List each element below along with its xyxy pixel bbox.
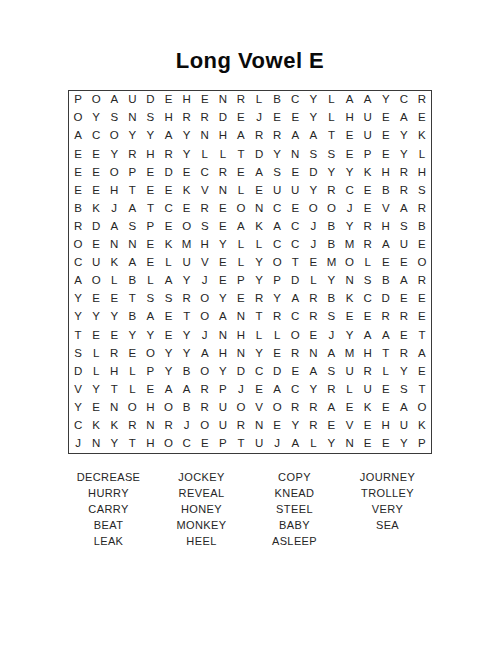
grid-cell[interactable]: A (69, 127, 87, 145)
grid-cell[interactable]: Y (395, 435, 413, 453)
grid-cell[interactable]: J (196, 326, 214, 344)
grid-cell[interactable]: A (286, 290, 304, 308)
grid-cell[interactable]: E (160, 326, 178, 344)
grid-cell[interactable]: L (87, 344, 105, 362)
grid-cell[interactable]: Y (304, 182, 322, 200)
grid-cell[interactable]: Y (395, 363, 413, 381)
grid-cell[interactable]: Y (322, 163, 340, 181)
grid-cell[interactable]: A (232, 218, 250, 236)
grid-cell[interactable]: R (160, 417, 178, 435)
grid-cell[interactable]: C (268, 236, 286, 254)
grid-cell[interactable]: A (377, 236, 395, 254)
grid-cell[interactable]: B (413, 218, 431, 236)
grid-cell[interactable]: C (178, 435, 196, 453)
grid-cell[interactable]: U (123, 91, 141, 109)
grid-cell[interactable]: A (286, 127, 304, 145)
grid-cell[interactable]: E (123, 344, 141, 362)
grid-cell[interactable]: S (105, 109, 123, 127)
grid-cell[interactable]: R (395, 182, 413, 200)
grid-cell[interactable]: N (250, 200, 268, 218)
grid-cell[interactable]: S (69, 344, 87, 362)
grid-cell[interactable]: S (395, 218, 413, 236)
grid-cell[interactable]: R (304, 399, 322, 417)
grid-cell[interactable]: S (196, 218, 214, 236)
grid-cell[interactable]: O (413, 254, 431, 272)
grid-cell[interactable]: T (250, 308, 268, 326)
grid-cell[interactable]: E (377, 109, 395, 127)
grid-cell[interactable]: H (105, 182, 123, 200)
grid-cell[interactable]: E (413, 236, 431, 254)
grid-cell[interactable]: J (304, 236, 322, 254)
grid-cell[interactable]: Y (178, 344, 196, 362)
grid-cell[interactable]: Y (69, 290, 87, 308)
grid-cell[interactable]: E (268, 109, 286, 127)
grid-cell[interactable]: L (87, 363, 105, 381)
grid-cell[interactable]: O (196, 363, 214, 381)
grid-cell[interactable]: Y (304, 109, 322, 127)
grid-cell[interactable]: E (178, 163, 196, 181)
grid-cell[interactable]: U (214, 399, 232, 417)
grid-cell[interactable]: K (341, 290, 359, 308)
grid-cell[interactable]: T (178, 308, 196, 326)
grid-cell[interactable]: Y (341, 163, 359, 181)
grid-cell[interactable]: O (322, 200, 340, 218)
grid-cell[interactable]: L (123, 381, 141, 399)
grid-cell[interactable]: R (304, 308, 322, 326)
grid-cell[interactable]: Y (322, 435, 340, 453)
grid-cell[interactable]: E (413, 290, 431, 308)
grid-cell[interactable]: C (341, 182, 359, 200)
grid-cell[interactable]: Y (395, 127, 413, 145)
grid-cell[interactable]: H (341, 109, 359, 127)
grid-cell[interactable]: T (123, 182, 141, 200)
grid-cell[interactable]: K (87, 417, 105, 435)
grid-cell[interactable]: R (268, 308, 286, 326)
grid-cell[interactable]: Y (341, 218, 359, 236)
grid-cell[interactable]: H (141, 145, 159, 163)
grid-cell[interactable]: M (178, 236, 196, 254)
grid-cell[interactable]: E (250, 182, 268, 200)
grid-cell[interactable]: O (341, 254, 359, 272)
grid-cell[interactable]: T (232, 435, 250, 453)
grid-cell[interactable]: A (69, 272, 87, 290)
grid-cell[interactable]: E (341, 127, 359, 145)
grid-cell[interactable]: Y (178, 272, 196, 290)
grid-cell[interactable]: Y (105, 435, 123, 453)
grid-cell[interactable]: D (250, 145, 268, 163)
grid-cell[interactable]: N (214, 326, 232, 344)
grid-cell[interactable]: L (196, 145, 214, 163)
grid-cell[interactable]: C (268, 200, 286, 218)
grid-cell[interactable]: U (87, 254, 105, 272)
grid-cell[interactable]: C (196, 163, 214, 181)
grid-cell[interactable]: B (178, 363, 196, 381)
grid-cell[interactable]: S (322, 363, 340, 381)
grid-cell[interactable]: A (196, 344, 214, 362)
grid-cell[interactable]: Y (304, 381, 322, 399)
grid-cell[interactable]: B (322, 290, 340, 308)
grid-cell[interactable]: S (304, 145, 322, 163)
grid-cell[interactable]: R (178, 290, 196, 308)
grid-cell[interactable]: E (87, 182, 105, 200)
grid-cell[interactable]: H (105, 363, 123, 381)
grid-cell[interactable]: D (214, 109, 232, 127)
grid-cell[interactable]: Y (395, 145, 413, 163)
grid-cell[interactable]: E (322, 417, 340, 435)
grid-cell[interactable]: D (286, 272, 304, 290)
grid-cell[interactable]: U (395, 417, 413, 435)
grid-cell[interactable]: R (123, 145, 141, 163)
grid-cell[interactable]: T (413, 381, 431, 399)
grid-cell[interactable]: U (214, 417, 232, 435)
grid-cell[interactable]: E (87, 145, 105, 163)
grid-cell[interactable]: O (268, 399, 286, 417)
grid-cell[interactable]: A (141, 308, 159, 326)
grid-cell[interactable]: E (232, 109, 250, 127)
grid-cell[interactable]: J (105, 200, 123, 218)
grid-cell[interactable]: J (232, 381, 250, 399)
grid-cell[interactable]: E (232, 163, 250, 181)
grid-cell[interactable]: L (268, 326, 286, 344)
grid-cell[interactable]: E (69, 182, 87, 200)
grid-cell[interactable]: K (413, 127, 431, 145)
grid-cell[interactable]: S (322, 308, 340, 326)
grid-cell[interactable]: K (413, 417, 431, 435)
grid-cell[interactable]: C (286, 218, 304, 236)
grid-cell[interactable]: L (141, 272, 159, 290)
grid-cell[interactable]: N (196, 127, 214, 145)
grid-cell[interactable]: Y (304, 91, 322, 109)
grid-cell[interactable]: T (69, 326, 87, 344)
grid-cell[interactable]: N (250, 417, 268, 435)
grid-cell[interactable]: P (123, 163, 141, 181)
grid-cell[interactable]: E (196, 435, 214, 453)
grid-cell[interactable]: O (196, 308, 214, 326)
grid-cell[interactable]: E (268, 344, 286, 362)
grid-cell[interactable]: R (395, 163, 413, 181)
grid-cell[interactable]: E (160, 218, 178, 236)
grid-cell[interactable]: S (413, 182, 431, 200)
grid-cell[interactable]: R (232, 91, 250, 109)
grid-cell[interactable]: E (304, 326, 322, 344)
grid-cell[interactable]: E (413, 308, 431, 326)
grid-cell[interactable]: J (341, 200, 359, 218)
grid-cell[interactable]: L (322, 91, 340, 109)
grid-cell[interactable]: L (250, 91, 268, 109)
grid-cell[interactable]: A (359, 326, 377, 344)
grid-cell[interactable]: O (178, 218, 196, 236)
grid-cell[interactable]: D (377, 290, 395, 308)
grid-cell[interactable]: U (250, 435, 268, 453)
grid-cell[interactable]: A (105, 91, 123, 109)
grid-cell[interactable]: U (341, 363, 359, 381)
grid-cell[interactable]: E (377, 145, 395, 163)
grid-cell[interactable]: Y (160, 363, 178, 381)
grid-cell[interactable]: A (123, 200, 141, 218)
grid-cell[interactable]: Y (178, 326, 196, 344)
grid-cell[interactable]: B (377, 272, 395, 290)
grid-cell[interactable]: S (359, 272, 377, 290)
grid-cell[interactable]: U (359, 381, 377, 399)
grid-cell[interactable]: C (286, 308, 304, 326)
grid-cell[interactable]: L (160, 254, 178, 272)
grid-cell[interactable]: U (286, 182, 304, 200)
grid-cell[interactable]: C (286, 236, 304, 254)
grid-cell[interactable]: R (196, 381, 214, 399)
grid-cell[interactable]: E (359, 200, 377, 218)
grid-cell[interactable]: O (141, 344, 159, 362)
grid-cell[interactable]: P (359, 145, 377, 163)
grid-cell[interactable]: C (286, 381, 304, 399)
grid-cell[interactable]: V (196, 182, 214, 200)
grid-cell[interactable]: E (214, 200, 232, 218)
grid-cell[interactable]: E (359, 417, 377, 435)
grid-cell[interactable]: O (304, 200, 322, 218)
grid-cell[interactable]: E (141, 381, 159, 399)
grid-cell[interactable]: R (286, 399, 304, 417)
grid-cell[interactable]: R (413, 200, 431, 218)
grid-cell[interactable]: J (304, 218, 322, 236)
grid-cell[interactable]: R (395, 344, 413, 362)
grid-cell[interactable]: A (304, 127, 322, 145)
grid-cell[interactable]: R (304, 417, 322, 435)
grid-cell[interactable]: H (141, 399, 159, 417)
grid-cell[interactable]: O (196, 290, 214, 308)
grid-cell[interactable]: D (268, 363, 286, 381)
grid-cell[interactable]: E (87, 163, 105, 181)
grid-cell[interactable]: N (123, 236, 141, 254)
grid-cell[interactable]: L (359, 254, 377, 272)
grid-cell[interactable]: E (160, 91, 178, 109)
grid-cell[interactable]: D (232, 363, 250, 381)
grid-cell[interactable]: H (196, 236, 214, 254)
grid-cell[interactable]: Y (250, 272, 268, 290)
grid-cell[interactable]: S (322, 145, 340, 163)
grid-cell[interactable]: T (377, 344, 395, 362)
grid-cell[interactable]: A (395, 200, 413, 218)
grid-cell[interactable]: M (341, 344, 359, 362)
grid-cell[interactable]: N (214, 182, 232, 200)
grid-cell[interactable]: O (413, 399, 431, 417)
grid-cell[interactable]: O (105, 127, 123, 145)
grid-cell[interactable]: N (304, 344, 322, 362)
grid-cell[interactable]: O (160, 399, 178, 417)
grid-cell[interactable]: E (377, 381, 395, 399)
grid-cell[interactable]: L (250, 326, 268, 344)
grid-cell[interactable]: R (196, 109, 214, 127)
grid-cell[interactable]: E (377, 254, 395, 272)
grid-cell[interactable]: T (322, 127, 340, 145)
grid-cell[interactable]: E (141, 236, 159, 254)
grid-cell[interactable]: Y (87, 381, 105, 399)
grid-cell[interactable]: E (341, 145, 359, 163)
grid-cell[interactable]: O (87, 91, 105, 109)
grid-cell[interactable]: B (322, 218, 340, 236)
grid-cell[interactable]: R (413, 91, 431, 109)
grid-cell[interactable]: E (250, 381, 268, 399)
grid-cell[interactable]: R (105, 344, 123, 362)
grid-cell[interactable]: E (87, 399, 105, 417)
grid-cell[interactable]: E (341, 308, 359, 326)
grid-cell[interactable]: H (377, 163, 395, 181)
grid-cell[interactable]: K (105, 254, 123, 272)
grid-cell[interactable]: A (377, 326, 395, 344)
grid-cell[interactable]: N (232, 308, 250, 326)
grid-cell[interactable]: M (341, 236, 359, 254)
grid-cell[interactable]: C (286, 91, 304, 109)
grid-cell[interactable]: P (214, 435, 232, 453)
grid-cell[interactable]: T (123, 290, 141, 308)
grid-cell[interactable]: R (214, 163, 232, 181)
grid-cell[interactable]: A (304, 363, 322, 381)
grid-cell[interactable]: E (178, 200, 196, 218)
grid-cell[interactable]: E (214, 254, 232, 272)
grid-cell[interactable]: R (359, 218, 377, 236)
grid-cell[interactable]: N (341, 272, 359, 290)
grid-cell[interactable]: H (178, 91, 196, 109)
grid-cell[interactable]: Y (214, 363, 232, 381)
grid-cell[interactable]: L (232, 254, 250, 272)
grid-cell[interactable]: A (286, 435, 304, 453)
grid-cell[interactable]: K (359, 163, 377, 181)
grid-cell[interactable]: U (359, 109, 377, 127)
grid-cell[interactable]: P (214, 381, 232, 399)
grid-cell[interactable]: E (87, 236, 105, 254)
grid-cell[interactable]: O (268, 254, 286, 272)
grid-cell[interactable]: C (359, 290, 377, 308)
grid-cell[interactable]: A (232, 127, 250, 145)
grid-cell[interactable]: E (232, 290, 250, 308)
grid-cell[interactable]: E (286, 163, 304, 181)
grid-cell[interactable]: L (304, 272, 322, 290)
grid-cell[interactable]: E (69, 163, 87, 181)
grid-cell[interactable]: V (341, 417, 359, 435)
grid-cell[interactable]: P (268, 272, 286, 290)
grid-cell[interactable]: Y (69, 399, 87, 417)
grid-cell[interactable]: B (123, 308, 141, 326)
grid-cell[interactable]: R (232, 417, 250, 435)
grid-cell[interactable]: E (341, 399, 359, 417)
grid-cell[interactable]: O (105, 163, 123, 181)
grid-cell[interactable]: B (377, 182, 395, 200)
grid-cell[interactable]: B (322, 236, 340, 254)
grid-cell[interactable]: Y (322, 272, 340, 290)
grid-cell[interactable]: A (160, 272, 178, 290)
grid-cell[interactable]: Y (141, 127, 159, 145)
grid-cell[interactable]: P (232, 272, 250, 290)
grid-cell[interactable]: C (87, 127, 105, 145)
grid-cell[interactable]: D (160, 163, 178, 181)
grid-cell[interactable]: K (178, 182, 196, 200)
grid-cell[interactable]: C (395, 91, 413, 109)
grid-cell[interactable]: J (250, 109, 268, 127)
grid-cell[interactable]: V (69, 381, 87, 399)
grid-cell[interactable]: Y (141, 326, 159, 344)
grid-cell[interactable]: O (232, 200, 250, 218)
grid-cell[interactable]: A (250, 163, 268, 181)
grid-cell[interactable]: D (69, 363, 87, 381)
grid-cell[interactable]: A (214, 308, 232, 326)
grid-cell[interactable]: Y (160, 344, 178, 362)
grid-cell[interactable]: S (268, 163, 286, 181)
grid-cell[interactable]: E (377, 127, 395, 145)
grid-cell[interactable]: E (105, 290, 123, 308)
grid-cell[interactable]: J (322, 326, 340, 344)
grid-cell[interactable]: N (214, 91, 232, 109)
grid-cell[interactable]: E (377, 399, 395, 417)
grid-cell[interactable]: J (268, 435, 286, 453)
grid-cell[interactable]: E (359, 182, 377, 200)
grid-cell[interactable]: P (413, 435, 431, 453)
grid-cell[interactable]: L (377, 363, 395, 381)
grid-cell[interactable]: B (268, 91, 286, 109)
grid-cell[interactable]: C (69, 254, 87, 272)
grid-cell[interactable]: A (268, 381, 286, 399)
grid-cell[interactable]: E (69, 145, 87, 163)
grid-cell[interactable]: H (214, 344, 232, 362)
grid-cell[interactable]: E (268, 417, 286, 435)
grid-cell[interactable]: E (141, 254, 159, 272)
grid-cell[interactable]: Y (178, 127, 196, 145)
grid-cell[interactable]: A (395, 399, 413, 417)
grid-cell[interactable]: S (160, 290, 178, 308)
grid-cell[interactable]: E (160, 182, 178, 200)
grid-cell[interactable]: L (413, 145, 431, 163)
grid-cell[interactable]: R (69, 218, 87, 236)
grid-cell[interactable]: R (413, 272, 431, 290)
grid-cell[interactable]: D (87, 218, 105, 236)
grid-cell[interactable]: Y (286, 417, 304, 435)
grid-cell[interactable]: N (341, 435, 359, 453)
grid-cell[interactable]: P (141, 363, 159, 381)
grid-cell[interactable]: B (123, 272, 141, 290)
grid-cell[interactable]: L (322, 109, 340, 127)
grid-cell[interactable]: J (196, 272, 214, 290)
grid-cell[interactable]: L (232, 182, 250, 200)
grid-cell[interactable]: K (250, 218, 268, 236)
grid-cell[interactable]: U (178, 254, 196, 272)
grid-cell[interactable]: N (232, 344, 250, 362)
grid-cell[interactable]: H (214, 127, 232, 145)
grid-cell[interactable]: R (178, 109, 196, 127)
grid-cell[interactable]: P (141, 218, 159, 236)
grid-cell[interactable]: H (377, 218, 395, 236)
grid-cell[interactable]: E (87, 290, 105, 308)
grid-cell[interactable]: L (232, 236, 250, 254)
grid-cell[interactable]: R (196, 200, 214, 218)
grid-cell[interactable]: E (87, 326, 105, 344)
grid-cell[interactable]: E (286, 109, 304, 127)
grid-cell[interactable]: R (322, 381, 340, 399)
grid-cell[interactable]: Y (214, 236, 232, 254)
grid-cell[interactable]: A (322, 399, 340, 417)
grid-cell[interactable]: A (123, 254, 141, 272)
grid-cell[interactable]: O (160, 435, 178, 453)
grid-cell[interactable]: R (268, 127, 286, 145)
grid-cell[interactable]: S (123, 218, 141, 236)
grid-cell[interactable]: K (87, 200, 105, 218)
grid-cell[interactable]: E (304, 254, 322, 272)
grid-cell[interactable]: O (87, 272, 105, 290)
grid-cell[interactable]: A (268, 218, 286, 236)
grid-cell[interactable]: R (395, 308, 413, 326)
grid-cell[interactable]: R (286, 344, 304, 362)
grid-cell[interactable]: U (359, 127, 377, 145)
grid-cell[interactable]: R (359, 363, 377, 381)
grid-cell[interactable]: R (377, 308, 395, 326)
grid-cell[interactable]: R (304, 290, 322, 308)
grid-cell[interactable]: V (250, 399, 268, 417)
